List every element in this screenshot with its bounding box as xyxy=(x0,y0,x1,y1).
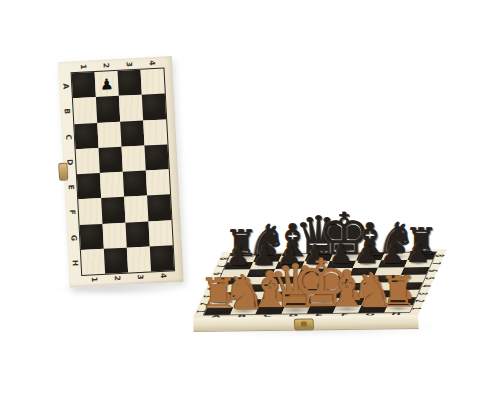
folded-square-H3 xyxy=(127,246,151,272)
folded-square-B2 xyxy=(96,96,120,122)
product-photo: 1234 ABCDEFGH 1234 ♟ ABCDEFGH 87654321 8… xyxy=(0,0,500,400)
folded-square-D1 xyxy=(76,148,100,174)
clasp-icon xyxy=(294,318,314,329)
folded-square-F4 xyxy=(147,195,171,221)
folded-square-G3 xyxy=(125,221,149,247)
open-board: ABCDEFGH 87654321 87654321 ABCDEFGH xyxy=(193,249,447,318)
folded-square-A3 xyxy=(118,70,142,96)
folded-square-E3 xyxy=(123,171,147,197)
folded-square-H4 xyxy=(150,245,174,271)
folded-square-B3 xyxy=(119,95,143,121)
folded-square-A4 xyxy=(141,68,165,94)
folded-square-F1 xyxy=(78,198,102,224)
folded-square-C4 xyxy=(143,119,167,145)
folded-square-D3 xyxy=(122,145,146,171)
open-board-grid xyxy=(204,252,436,315)
folded-board-grid: ♟ xyxy=(72,68,174,275)
folded-square-H2 xyxy=(104,247,128,273)
folded-board: 1234 ABCDEFGH 1234 ♟ xyxy=(58,56,184,288)
folded-square-E4 xyxy=(146,169,170,195)
folded-square-C2 xyxy=(97,121,121,147)
folded-square-E1 xyxy=(77,173,101,199)
folded-square-G4 xyxy=(148,220,172,246)
folded-square-H1 xyxy=(81,249,105,275)
folded-square-B1 xyxy=(73,97,97,123)
folded-square-B4 xyxy=(142,94,166,120)
folded-square-E2 xyxy=(100,172,124,198)
folded-square-D2 xyxy=(99,147,123,173)
pawn-logo-icon: ♟ xyxy=(95,71,119,97)
folded-square-G2 xyxy=(103,222,127,248)
folded-square-A1 xyxy=(72,72,96,98)
folded-square-G1 xyxy=(80,223,104,249)
latch-icon xyxy=(58,163,68,180)
folded-square-D4 xyxy=(144,144,168,170)
folded-square-C1 xyxy=(74,123,98,149)
folded-square-F3 xyxy=(124,196,148,222)
folded-square-C3 xyxy=(120,120,144,146)
folded-square-A2: ♟ xyxy=(95,71,119,97)
folded-square-F2 xyxy=(101,197,125,223)
open-board-front-edge xyxy=(193,315,419,332)
